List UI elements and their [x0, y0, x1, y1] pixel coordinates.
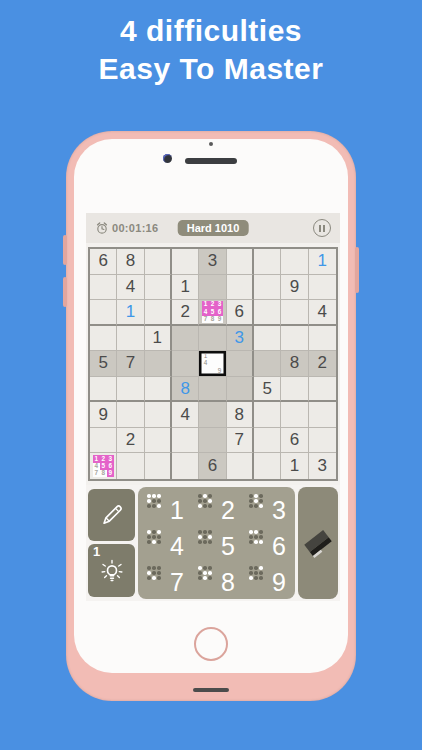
timer-value: 00:01:16 — [112, 222, 158, 234]
cell-r8c3[interactable] — [145, 428, 172, 454]
proximity-sensor-dot — [209, 142, 213, 146]
cell-r6c6[interactable] — [227, 377, 254, 403]
cell-digit: 8 — [290, 353, 299, 373]
cell-r3c2[interactable]: 1 — [117, 300, 144, 326]
cell-r5c9[interactable]: 2 — [309, 351, 336, 377]
cell-r8c9[interactable] — [309, 428, 336, 454]
box-presence-dots-5 — [198, 530, 212, 544]
selected-cell-candidates: 149 — [202, 352, 223, 374]
alarm-clock-icon — [95, 221, 109, 235]
volume-down-button — [63, 277, 67, 307]
numpad-digit-label: 5 — [221, 532, 235, 561]
difficulty-badge: Hard 1010 — [178, 220, 249, 236]
cell-digit: 5 — [262, 379, 271, 399]
cell-r2c2[interactable]: 4 — [117, 275, 144, 301]
cell-digit: 1 — [153, 328, 162, 348]
numpad-digit-label: 9 — [272, 568, 286, 597]
cell-r5c8[interactable]: 8 — [281, 351, 308, 377]
cell-r4c3[interactable]: 1 — [145, 326, 172, 352]
cell-r5c4[interactable] — [172, 351, 199, 377]
cell-r9c9[interactable]: 3 — [309, 453, 336, 479]
cell-digit: 6 — [290, 430, 299, 450]
cell-r6c1[interactable] — [90, 377, 117, 403]
cell-r1c2[interactable]: 8 — [117, 249, 144, 275]
cell-digit: 6 — [235, 302, 244, 322]
cell-r7c4[interactable]: 4 — [172, 402, 199, 428]
cell-r2c7[interactable] — [254, 275, 281, 301]
cell-digit: 3 — [235, 328, 244, 348]
timer-group: 00:01:16 — [95, 221, 158, 235]
cell-r3c4[interactable]: 2 — [172, 300, 199, 326]
box-presence-dots-8 — [198, 566, 212, 580]
cell-r5c2[interactable]: 7 — [117, 351, 144, 377]
cell-r9c2[interactable] — [117, 453, 144, 479]
cell-r2c4[interactable]: 1 — [172, 275, 199, 301]
cell-r4c7[interactable] — [254, 326, 281, 352]
cell-r5c7[interactable] — [254, 351, 281, 377]
cell-digit: 8 — [126, 251, 135, 271]
cell-r8c4[interactable] — [172, 428, 199, 454]
cell-r2c5[interactable] — [199, 275, 226, 301]
cell-r7c7[interactable] — [254, 402, 281, 428]
cell-r4c6[interactable]: 3 — [227, 326, 254, 352]
light-bulb-icon — [97, 556, 127, 586]
box-presence-dots-1 — [147, 494, 161, 508]
numpad-button-1[interactable]: 1 — [140, 489, 191, 525]
cell-r2c9[interactable] — [309, 275, 336, 301]
cell-digit: 4 — [180, 405, 189, 425]
cell-r7c6[interactable]: 8 — [227, 402, 254, 428]
cell-r5c1[interactable]: 5 — [90, 351, 117, 377]
app-store-screenshot: 4 difficulties Easy To Master 0 — [0, 0, 422, 750]
cell-r7c8[interactable] — [281, 402, 308, 428]
cell-digit: 7 — [126, 353, 135, 373]
cell-r3c3[interactable] — [145, 300, 172, 326]
marketing-header: 4 difficulties Easy To Master — [0, 12, 422, 88]
cell-r1c8[interactable] — [281, 249, 308, 275]
cell-digit: 1 — [180, 277, 189, 297]
cell-r1c6[interactable] — [227, 249, 254, 275]
cell-digit: 4 — [126, 277, 135, 297]
numpad-button-7[interactable]: 7 — [140, 561, 191, 597]
box-presence-dots-9 — [249, 566, 263, 580]
hint-button[interactable]: 1 — [88, 544, 135, 597]
front-camera — [163, 154, 172, 163]
box-presence-dots-4 — [147, 530, 161, 544]
cell-r2c3[interactable] — [145, 275, 172, 301]
cell-r1c7[interactable] — [254, 249, 281, 275]
cell-r6c7[interactable]: 5 — [254, 377, 281, 403]
cell-r4c4[interactable] — [172, 326, 199, 352]
eraser-icon — [303, 526, 333, 560]
cell-r2c8[interactable]: 9 — [281, 275, 308, 301]
cell-digit: 5 — [98, 353, 107, 373]
cell-r9c4[interactable] — [172, 453, 199, 479]
cell-digit: 3 — [208, 251, 217, 271]
numpad-button-5[interactable]: 5 — [191, 525, 242, 561]
cell-digit: 2 — [318, 353, 327, 373]
numpad-button-3[interactable]: 3 — [242, 489, 293, 525]
cell-r2c1[interactable] — [90, 275, 117, 301]
app-screen: 00:01:16 Hard 1010 683141912123456789641… — [86, 213, 340, 601]
cell-r6c8[interactable] — [281, 377, 308, 403]
cell-r5c6[interactable] — [227, 351, 254, 377]
cell-r8c5[interactable] — [199, 428, 226, 454]
home-button[interactable] — [194, 627, 228, 661]
cell-r9c1[interactable]: 123456789 — [90, 453, 117, 479]
cell-digit: 3 — [318, 456, 327, 476]
power-button — [355, 247, 359, 293]
cell-digit: 8 — [180, 379, 189, 399]
cell-r3c7[interactable] — [254, 300, 281, 326]
box-presence-dots-7 — [147, 566, 161, 580]
marketing-line-2: Easy To Master — [0, 50, 422, 88]
earpiece-speaker — [185, 158, 237, 164]
cell-r4c9[interactable] — [309, 326, 336, 352]
cell-r3c9[interactable]: 4 — [309, 300, 336, 326]
pencil-icon — [98, 501, 126, 529]
numpad-button-4[interactable]: 4 — [140, 525, 191, 561]
cell-r1c5[interactable]: 3 — [199, 249, 226, 275]
cell-r7c3[interactable] — [145, 402, 172, 428]
cell-r6c4[interactable]: 8 — [172, 377, 199, 403]
hint-count-badge: 1 — [93, 544, 100, 559]
numpad-button-8[interactable]: 8 — [191, 561, 242, 597]
control-panel: 1 123456789 — [86, 485, 340, 601]
cell-r1c3[interactable] — [145, 249, 172, 275]
cell-r5c3[interactable] — [145, 351, 172, 377]
box-presence-dots-6 — [249, 530, 263, 544]
cell-r4c2[interactable] — [117, 326, 144, 352]
cell-r8c6[interactable]: 7 — [227, 428, 254, 454]
cell-digit: 6 — [208, 456, 217, 476]
cell-digit: 2 — [126, 430, 135, 450]
cell-r6c9[interactable] — [309, 377, 336, 403]
cell-r4c8[interactable] — [281, 326, 308, 352]
phone-bezel: 00:01:16 Hard 1010 683141912123456789641… — [74, 139, 348, 673]
cell-r1c9[interactable]: 1 — [309, 249, 336, 275]
numpad-button-9[interactable]: 9 — [242, 561, 293, 597]
pause-button[interactable] — [313, 219, 331, 237]
cell-r3c5[interactable]: 123456789 — [199, 300, 226, 326]
cell-r4c5[interactable] — [199, 326, 226, 352]
pencil-marks: 123456789 — [93, 455, 114, 477]
cell-r7c2[interactable] — [117, 402, 144, 428]
marketing-line-1: 4 difficulties — [0, 12, 422, 50]
cell-r9c6[interactable] — [227, 453, 254, 479]
numpad-digit-label: 3 — [272, 496, 286, 525]
numpad-digit-label: 8 — [221, 568, 235, 597]
cell-r8c1[interactable] — [90, 428, 117, 454]
numpad-digit-label: 6 — [272, 532, 286, 561]
box-presence-dots-2 — [198, 494, 212, 508]
game-top-bar: 00:01:16 Hard 1010 — [86, 213, 340, 243]
numpad-digit-label: 2 — [221, 496, 235, 525]
cell-r6c3[interactable] — [145, 377, 172, 403]
cell-r1c1[interactable]: 6 — [90, 249, 117, 275]
cell-r7c1[interactable]: 9 — [90, 402, 117, 428]
phone-mockup: 00:01:16 Hard 1010 683141912123456789641… — [66, 131, 356, 701]
cell-r8c7[interactable] — [254, 428, 281, 454]
cell-r2c6[interactable] — [227, 275, 254, 301]
eraser-button[interactable] — [298, 487, 338, 599]
cell-r9c3[interactable] — [145, 453, 172, 479]
cell-digit: 9 — [98, 405, 107, 425]
cell-r8c2[interactable]: 2 — [117, 428, 144, 454]
cell-digit: 6 — [98, 251, 107, 271]
charging-port — [193, 688, 229, 692]
cell-r3c1[interactable] — [90, 300, 117, 326]
cell-r9c8[interactable]: 1 — [281, 453, 308, 479]
numpad-digit-label: 4 — [170, 532, 184, 561]
pencil-marks: 123456789 — [202, 301, 223, 323]
cell-digit: 1 — [318, 251, 327, 271]
volume-up-button — [63, 235, 67, 265]
cell-r7c5[interactable] — [199, 402, 226, 428]
cell-r6c2[interactable] — [117, 377, 144, 403]
box-presence-dots-3 — [249, 494, 263, 508]
cell-r9c5[interactable]: 6 — [199, 453, 226, 479]
pencil-mode-button[interactable] — [88, 489, 135, 541]
cell-r4c1[interactable] — [90, 326, 117, 352]
numpad-button-2[interactable]: 2 — [191, 489, 242, 525]
cell-r9c7[interactable] — [254, 453, 281, 479]
cell-digit: 4 — [318, 302, 327, 322]
cell-digit: 1 — [126, 302, 135, 322]
cell-r1c4[interactable] — [172, 249, 199, 275]
cell-r3c6[interactable]: 6 — [227, 300, 254, 326]
numpad-button-6[interactable]: 6 — [242, 525, 293, 561]
cell-r3c8[interactable] — [281, 300, 308, 326]
cell-r5c5[interactable]: 149 — [199, 351, 226, 377]
numpad-digit-label: 7 — [170, 568, 184, 597]
cell-digit: 1 — [290, 456, 299, 476]
cell-r6c5[interactable] — [199, 377, 226, 403]
cell-digit: 2 — [180, 302, 189, 322]
cell-digit: 8 — [235, 405, 244, 425]
numpad-digit-label: 1 — [170, 496, 184, 525]
cell-digit: 7 — [235, 430, 244, 450]
cell-r7c9[interactable] — [309, 402, 336, 428]
sudoku-board: 6831419121234567896413571498285948276123… — [88, 247, 338, 481]
number-pad: 123456789 — [138, 487, 295, 599]
cell-digit: 9 — [290, 277, 299, 297]
cell-r8c8[interactable]: 6 — [281, 428, 308, 454]
